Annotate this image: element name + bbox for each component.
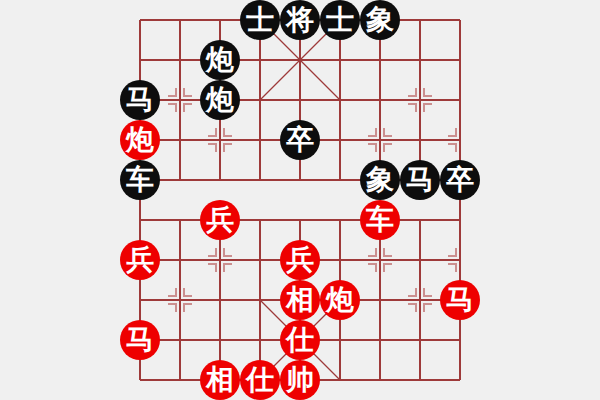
red-soldier[interactable]: 兵 (120, 240, 160, 280)
black-horse[interactable]: 马 (400, 160, 440, 200)
red-advisor[interactable]: 仕 (240, 360, 280, 400)
black-advisor[interactable]: 士 (320, 0, 360, 40)
black-soldier[interactable]: 卒 (440, 160, 480, 200)
red-elephant[interactable]: 相 (200, 360, 240, 400)
black-elephant[interactable]: 象 (360, 0, 400, 40)
xiangqi-board: 士将士象炮马炮炮卒车象马卒兵车兵兵相炮马马仕相仕帅 (0, 0, 600, 400)
red-soldier[interactable]: 兵 (200, 200, 240, 240)
red-elephant[interactable]: 相 (280, 280, 320, 320)
red-chariot[interactable]: 车 (360, 200, 400, 240)
black-chariot[interactable]: 车 (120, 160, 160, 200)
black-cannon[interactable]: 炮 (200, 80, 240, 120)
red-cannon[interactable]: 炮 (120, 120, 160, 160)
black-cannon[interactable]: 炮 (200, 40, 240, 80)
black-general[interactable]: 将 (280, 0, 320, 40)
black-advisor[interactable]: 士 (240, 0, 280, 40)
red-horse[interactable]: 马 (440, 280, 480, 320)
red-advisor[interactable]: 仕 (280, 320, 320, 360)
black-horse[interactable]: 马 (120, 80, 160, 120)
red-general[interactable]: 帅 (280, 360, 320, 400)
black-elephant[interactable]: 象 (360, 160, 400, 200)
red-cannon[interactable]: 炮 (320, 280, 360, 320)
black-soldier[interactable]: 卒 (280, 120, 320, 160)
red-horse[interactable]: 马 (120, 320, 160, 360)
red-soldier[interactable]: 兵 (280, 240, 320, 280)
